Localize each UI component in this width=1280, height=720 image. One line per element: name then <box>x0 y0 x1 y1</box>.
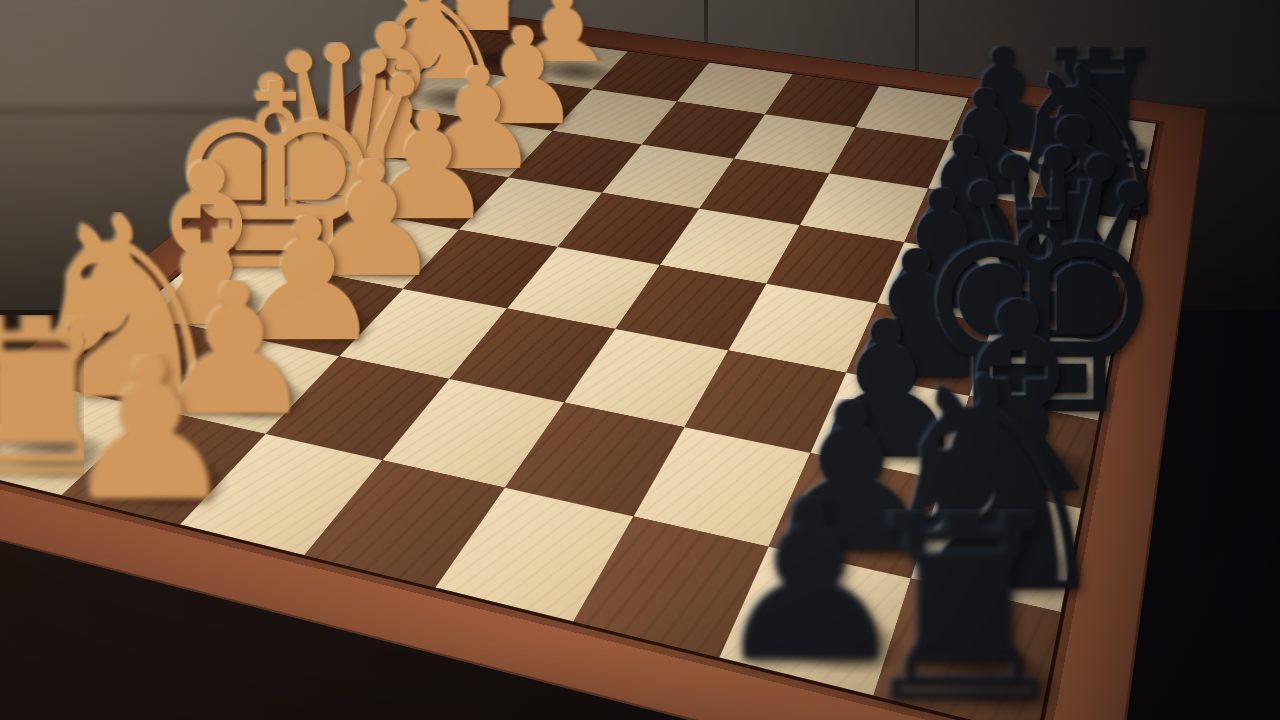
board-grid: ♜♟♟♜♞♟♟♞♝♟♟♝♛♟♟♛♚♟♟♚♝♟♟♝♞♟♟♞♜♟♟♜ <box>0 31 1156 720</box>
scene: ♜♟♟♜♞♟♟♞♝♟♟♝♛♟♟♛♚♟♟♚♝♟♟♝♞♟♟♞♜♟♟♜ <box>0 0 1280 720</box>
chess-board: ♜♟♟♜♞♟♟♞♝♟♟♝♛♟♟♛♚♟♟♚♝♟♟♝♞♟♟♞♜♟♟♜ <box>0 9 1208 720</box>
perspective-viewport: ♜♟♟♜♞♟♟♞♝♟♟♝♛♟♟♛♚♟♟♚♝♟♟♝♞♟♟♞♜♟♟♜ <box>0 0 1280 720</box>
